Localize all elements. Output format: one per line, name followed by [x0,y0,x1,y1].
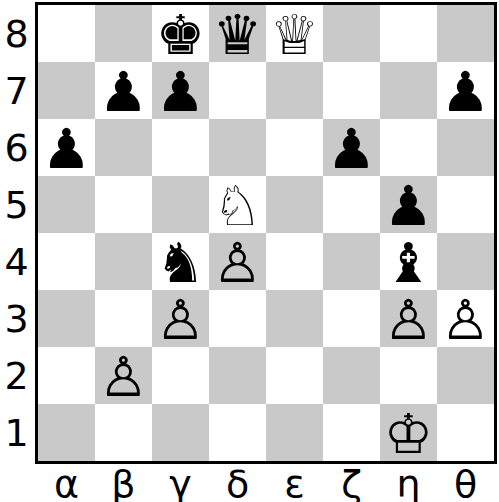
square-c8[interactable]: ♚ [152,5,209,62]
square-e7[interactable] [266,62,323,119]
rank-label-8: 8 [0,5,33,62]
square-h3[interactable]: ♙ [437,290,494,347]
file-label-f: ζ [323,465,380,502]
square-a6[interactable]: ♟ [38,119,95,176]
piece-black-knight[interactable]: ♞ [156,236,205,291]
square-c4[interactable]: ♞ [152,233,209,290]
piece-white-pawn[interactable]: ♙ [213,236,262,291]
piece-white-king[interactable]: ♔ [384,407,433,462]
file-label-b: β [95,465,152,502]
rank-label-6: 6 [0,119,33,176]
square-h1[interactable] [437,404,494,461]
square-d2[interactable] [209,347,266,404]
rank-label-2: 2 [0,347,33,404]
square-d1[interactable] [209,404,266,461]
piece-white-pawn[interactable]: ♙ [441,293,490,348]
rank-label-5: 5 [0,176,33,233]
square-e4[interactable] [266,233,323,290]
file-label-e: ε [266,465,323,502]
square-g6[interactable] [380,119,437,176]
square-d8[interactable]: ♛ [209,5,266,62]
square-a7[interactable] [38,62,95,119]
square-a4[interactable] [38,233,95,290]
piece-black-pawn[interactable]: ♟ [99,65,148,120]
square-e8[interactable]: ♕ [266,5,323,62]
piece-white-pawn[interactable]: ♙ [384,293,433,348]
square-b2[interactable]: ♙ [95,347,152,404]
square-d4[interactable]: ♙ [209,233,266,290]
square-a1[interactable] [38,404,95,461]
piece-white-knight[interactable]: ♘ [213,179,262,234]
piece-black-king[interactable]: ♚ [156,8,205,63]
rank-labels: 87654321 [0,5,33,461]
square-g3[interactable]: ♙ [380,290,437,347]
rank-label-3: 3 [0,290,33,347]
square-e2[interactable] [266,347,323,404]
square-c3[interactable]: ♙ [152,290,209,347]
piece-black-pawn[interactable]: ♟ [327,122,376,177]
square-b4[interactable] [95,233,152,290]
square-a5[interactable] [38,176,95,233]
square-b6[interactable] [95,119,152,176]
square-c7[interactable]: ♟ [152,62,209,119]
chess-board-frame: ♚♛♕♟♟♟♟♟♘♟♞♙♝♙♙♙♙♔ [35,2,497,464]
piece-black-pawn[interactable]: ♟ [384,179,433,234]
square-c5[interactable] [152,176,209,233]
square-f2[interactable] [323,347,380,404]
square-e6[interactable] [266,119,323,176]
file-label-g: η [380,465,437,502]
square-h5[interactable] [437,176,494,233]
square-h4[interactable] [437,233,494,290]
chess-board: ♚♛♕♟♟♟♟♟♘♟♞♙♝♙♙♙♙♔ [38,5,494,461]
square-f6[interactable]: ♟ [323,119,380,176]
square-f7[interactable] [323,62,380,119]
square-f3[interactable] [323,290,380,347]
square-g8[interactable] [380,5,437,62]
square-f5[interactable] [323,176,380,233]
piece-black-pawn[interactable]: ♟ [156,65,205,120]
square-g5[interactable]: ♟ [380,176,437,233]
rank-label-1: 1 [0,404,33,461]
square-h7[interactable]: ♟ [437,62,494,119]
file-label-c: γ [152,465,209,502]
file-labels: αβγδεζηθ [38,465,494,502]
square-b7[interactable]: ♟ [95,62,152,119]
piece-black-pawn[interactable]: ♟ [441,65,490,120]
piece-black-queen[interactable]: ♛ [213,8,262,63]
square-f1[interactable] [323,404,380,461]
file-label-h: θ [437,465,494,502]
square-c6[interactable] [152,119,209,176]
square-h2[interactable] [437,347,494,404]
square-g2[interactable] [380,347,437,404]
square-b8[interactable] [95,5,152,62]
square-c1[interactable] [152,404,209,461]
square-d3[interactable] [209,290,266,347]
square-h8[interactable] [437,5,494,62]
rank-label-7: 7 [0,62,33,119]
square-a2[interactable] [38,347,95,404]
piece-white-pawn[interactable]: ♙ [156,293,205,348]
square-g4[interactable]: ♝ [380,233,437,290]
square-d5[interactable]: ♘ [209,176,266,233]
square-b1[interactable] [95,404,152,461]
square-c2[interactable] [152,347,209,404]
rank-label-4: 4 [0,233,33,290]
square-h6[interactable] [437,119,494,176]
file-label-d: δ [209,465,266,502]
piece-white-pawn[interactable]: ♙ [99,350,148,405]
square-e3[interactable] [266,290,323,347]
square-a8[interactable] [38,5,95,62]
square-e5[interactable] [266,176,323,233]
square-b3[interactable] [95,290,152,347]
piece-black-bishop[interactable]: ♝ [384,236,433,291]
piece-white-queen[interactable]: ♕ [270,8,319,63]
square-d6[interactable] [209,119,266,176]
square-e1[interactable] [266,404,323,461]
square-d7[interactable] [209,62,266,119]
piece-black-pawn[interactable]: ♟ [42,122,91,177]
square-g1[interactable]: ♔ [380,404,437,461]
square-g7[interactable] [380,62,437,119]
square-a3[interactable] [38,290,95,347]
square-f4[interactable] [323,233,380,290]
square-b5[interactable] [95,176,152,233]
file-label-a: α [38,465,95,502]
square-f8[interactable] [323,5,380,62]
